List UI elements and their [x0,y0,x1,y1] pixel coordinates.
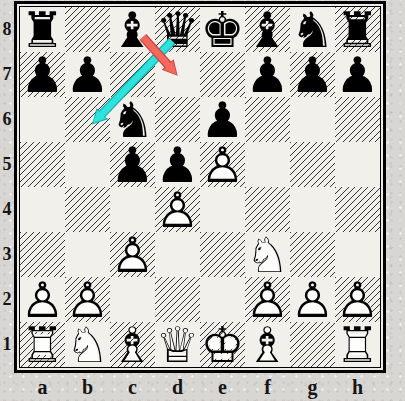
rank-label-2: 2 [0,277,14,322]
square-d3[interactable] [155,232,200,277]
square-d1[interactable]: ♛♕ [155,322,200,367]
white-queen: ♛♕ [155,323,200,368]
square-f3[interactable]: ♞♘ [245,232,290,277]
black-pawn: ♟ [65,53,110,98]
square-b4[interactable] [65,187,110,232]
square-f2[interactable]: ♟♙ [245,277,290,322]
black-pawn: ♟ [20,53,65,98]
square-g7[interactable]: ♟ [290,52,335,97]
square-c2[interactable] [110,277,155,322]
square-h1[interactable]: ♜♖ [335,322,380,367]
square-e5[interactable]: ♟♙ [200,142,245,187]
square-g5[interactable] [290,142,335,187]
square-f7[interactable]: ♟ [245,52,290,97]
square-a6[interactable] [20,97,65,142]
square-f4[interactable] [245,187,290,232]
white-rook: ♜♖ [20,323,65,368]
piece-outline: ♙ [155,188,200,233]
file-label-h: h [335,375,380,399]
rank-label-8: 8 [0,7,14,52]
white-rook: ♜♖ [335,323,380,368]
white-king: ♚♔ [200,323,245,368]
square-e6[interactable]: ♟ [200,97,245,142]
square-c3[interactable]: ♟♙ [110,232,155,277]
square-f5[interactable] [245,142,290,187]
file-label-b: b [65,375,110,399]
file-label-a: a [20,375,65,399]
square-d6[interactable] [155,97,200,142]
white-bishop: ♝♗ [245,323,290,368]
rank-labels: 87654321 [0,7,14,367]
square-g4[interactable] [290,187,335,232]
square-d2[interactable] [155,277,200,322]
square-e2[interactable] [200,277,245,322]
piece-outline: ♔ [200,323,245,368]
square-e1[interactable]: ♚♔ [200,322,245,367]
square-h3[interactable] [335,232,380,277]
square-a3[interactable] [20,232,65,277]
square-d7[interactable] [155,52,200,97]
file-label-e: e [200,375,245,399]
square-h7[interactable]: ♟ [335,52,380,97]
piece-outline: ♘ [65,323,110,368]
piece-outline: ♕ [155,323,200,368]
rank-label-1: 1 [0,322,14,367]
square-g8[interactable]: ♞ [290,7,335,52]
square-h5[interactable] [335,142,380,187]
black-pawn: ♟ [245,53,290,98]
square-e4[interactable] [200,187,245,232]
square-c6[interactable]: ♞ [110,97,155,142]
piece-outline: ♗ [245,323,290,368]
rank-label-4: 4 [0,187,14,232]
white-pawn: ♟♙ [110,233,155,278]
black-pawn: ♟ [110,143,155,188]
file-label-c: c [110,375,155,399]
square-a8[interactable]: ♜ [20,7,65,52]
square-c1[interactable]: ♝♗ [110,322,155,367]
black-pawn: ♟ [335,53,380,98]
piece-outline: ♙ [110,233,155,278]
square-c8[interactable]: ♝ [110,7,155,52]
square-h6[interactable] [335,97,380,142]
square-a4[interactable] [20,187,65,232]
square-h4[interactable] [335,187,380,232]
board-frame: ♜♝♛♚♝♞♜♟♟♟♟♟♞♟♟♟♟♙♟♙♟♙♞♘♟♙♟♙♟♙♟♙♟♙♜♖♞♘♝♗… [14,1,386,373]
square-e7[interactable] [200,52,245,97]
square-d8[interactable]: ♛ [155,7,200,52]
file-label-f: f [245,375,290,399]
white-bishop: ♝♗ [110,323,155,368]
square-g3[interactable] [290,232,335,277]
square-b7[interactable]: ♟ [65,52,110,97]
piece-outline: ♖ [20,323,65,368]
white-pawn: ♟♙ [290,278,335,323]
black-queen: ♛ [155,8,200,53]
square-b2[interactable]: ♟♙ [65,277,110,322]
square-d4[interactable]: ♟♙ [155,187,200,232]
square-h2[interactable]: ♟♙ [335,277,380,322]
square-f6[interactable] [245,97,290,142]
square-d5[interactable]: ♟ [155,142,200,187]
square-a7[interactable]: ♟ [20,52,65,97]
file-label-d: d [155,375,200,399]
white-knight: ♞♘ [65,323,110,368]
rank-label-6: 6 [0,97,14,142]
square-b1[interactable]: ♞♘ [65,322,110,367]
square-g1[interactable] [290,322,335,367]
piece-outline: ♙ [290,278,335,323]
black-pawn: ♟ [290,53,335,98]
rank-label-5: 5 [0,142,14,187]
square-a2[interactable]: ♟♙ [20,277,65,322]
piece-outline: ♗ [110,323,155,368]
square-b3[interactable] [65,232,110,277]
piece-outline: ♙ [200,143,245,188]
white-pawn: ♟♙ [155,188,200,233]
square-a5[interactable] [20,142,65,187]
white-pawn: ♟♙ [200,143,245,188]
black-bishop: ♝ [110,8,155,53]
piece-outline: ♖ [335,323,380,368]
square-h8[interactable]: ♜ [335,7,380,52]
square-f8[interactable]: ♝ [245,7,290,52]
square-b8[interactable] [65,7,110,52]
square-c4[interactable] [110,187,155,232]
square-e8[interactable]: ♚ [200,7,245,52]
black-king: ♚ [200,8,245,53]
square-c7[interactable] [110,52,155,97]
square-a1[interactable]: ♜♖ [20,322,65,367]
rank-label-7: 7 [0,52,14,97]
square-f1[interactable]: ♝♗ [245,322,290,367]
square-e3[interactable] [200,232,245,277]
square-g6[interactable] [290,97,335,142]
square-b6[interactable] [65,97,110,142]
file-labels: abcdefgh [20,375,380,399]
square-g2[interactable]: ♟♙ [290,277,335,322]
square-b5[interactable] [65,142,110,187]
board: ♜♝♛♚♝♞♜♟♟♟♟♟♞♟♟♟♟♙♟♙♟♙♞♘♟♙♟♙♟♙♟♙♟♙♜♖♞♘♝♗… [19,6,381,368]
chess-diagram: 87654321 ♜♝♛♚♝♞♜♟♟♟♟♟♞♟♟♟♟♙♟♙♟♙♞♘♟♙♟♙♟♙♟… [0,0,405,401]
file-label-g: g [290,375,335,399]
square-c5[interactable]: ♟ [110,142,155,187]
rank-label-3: 3 [0,232,14,277]
